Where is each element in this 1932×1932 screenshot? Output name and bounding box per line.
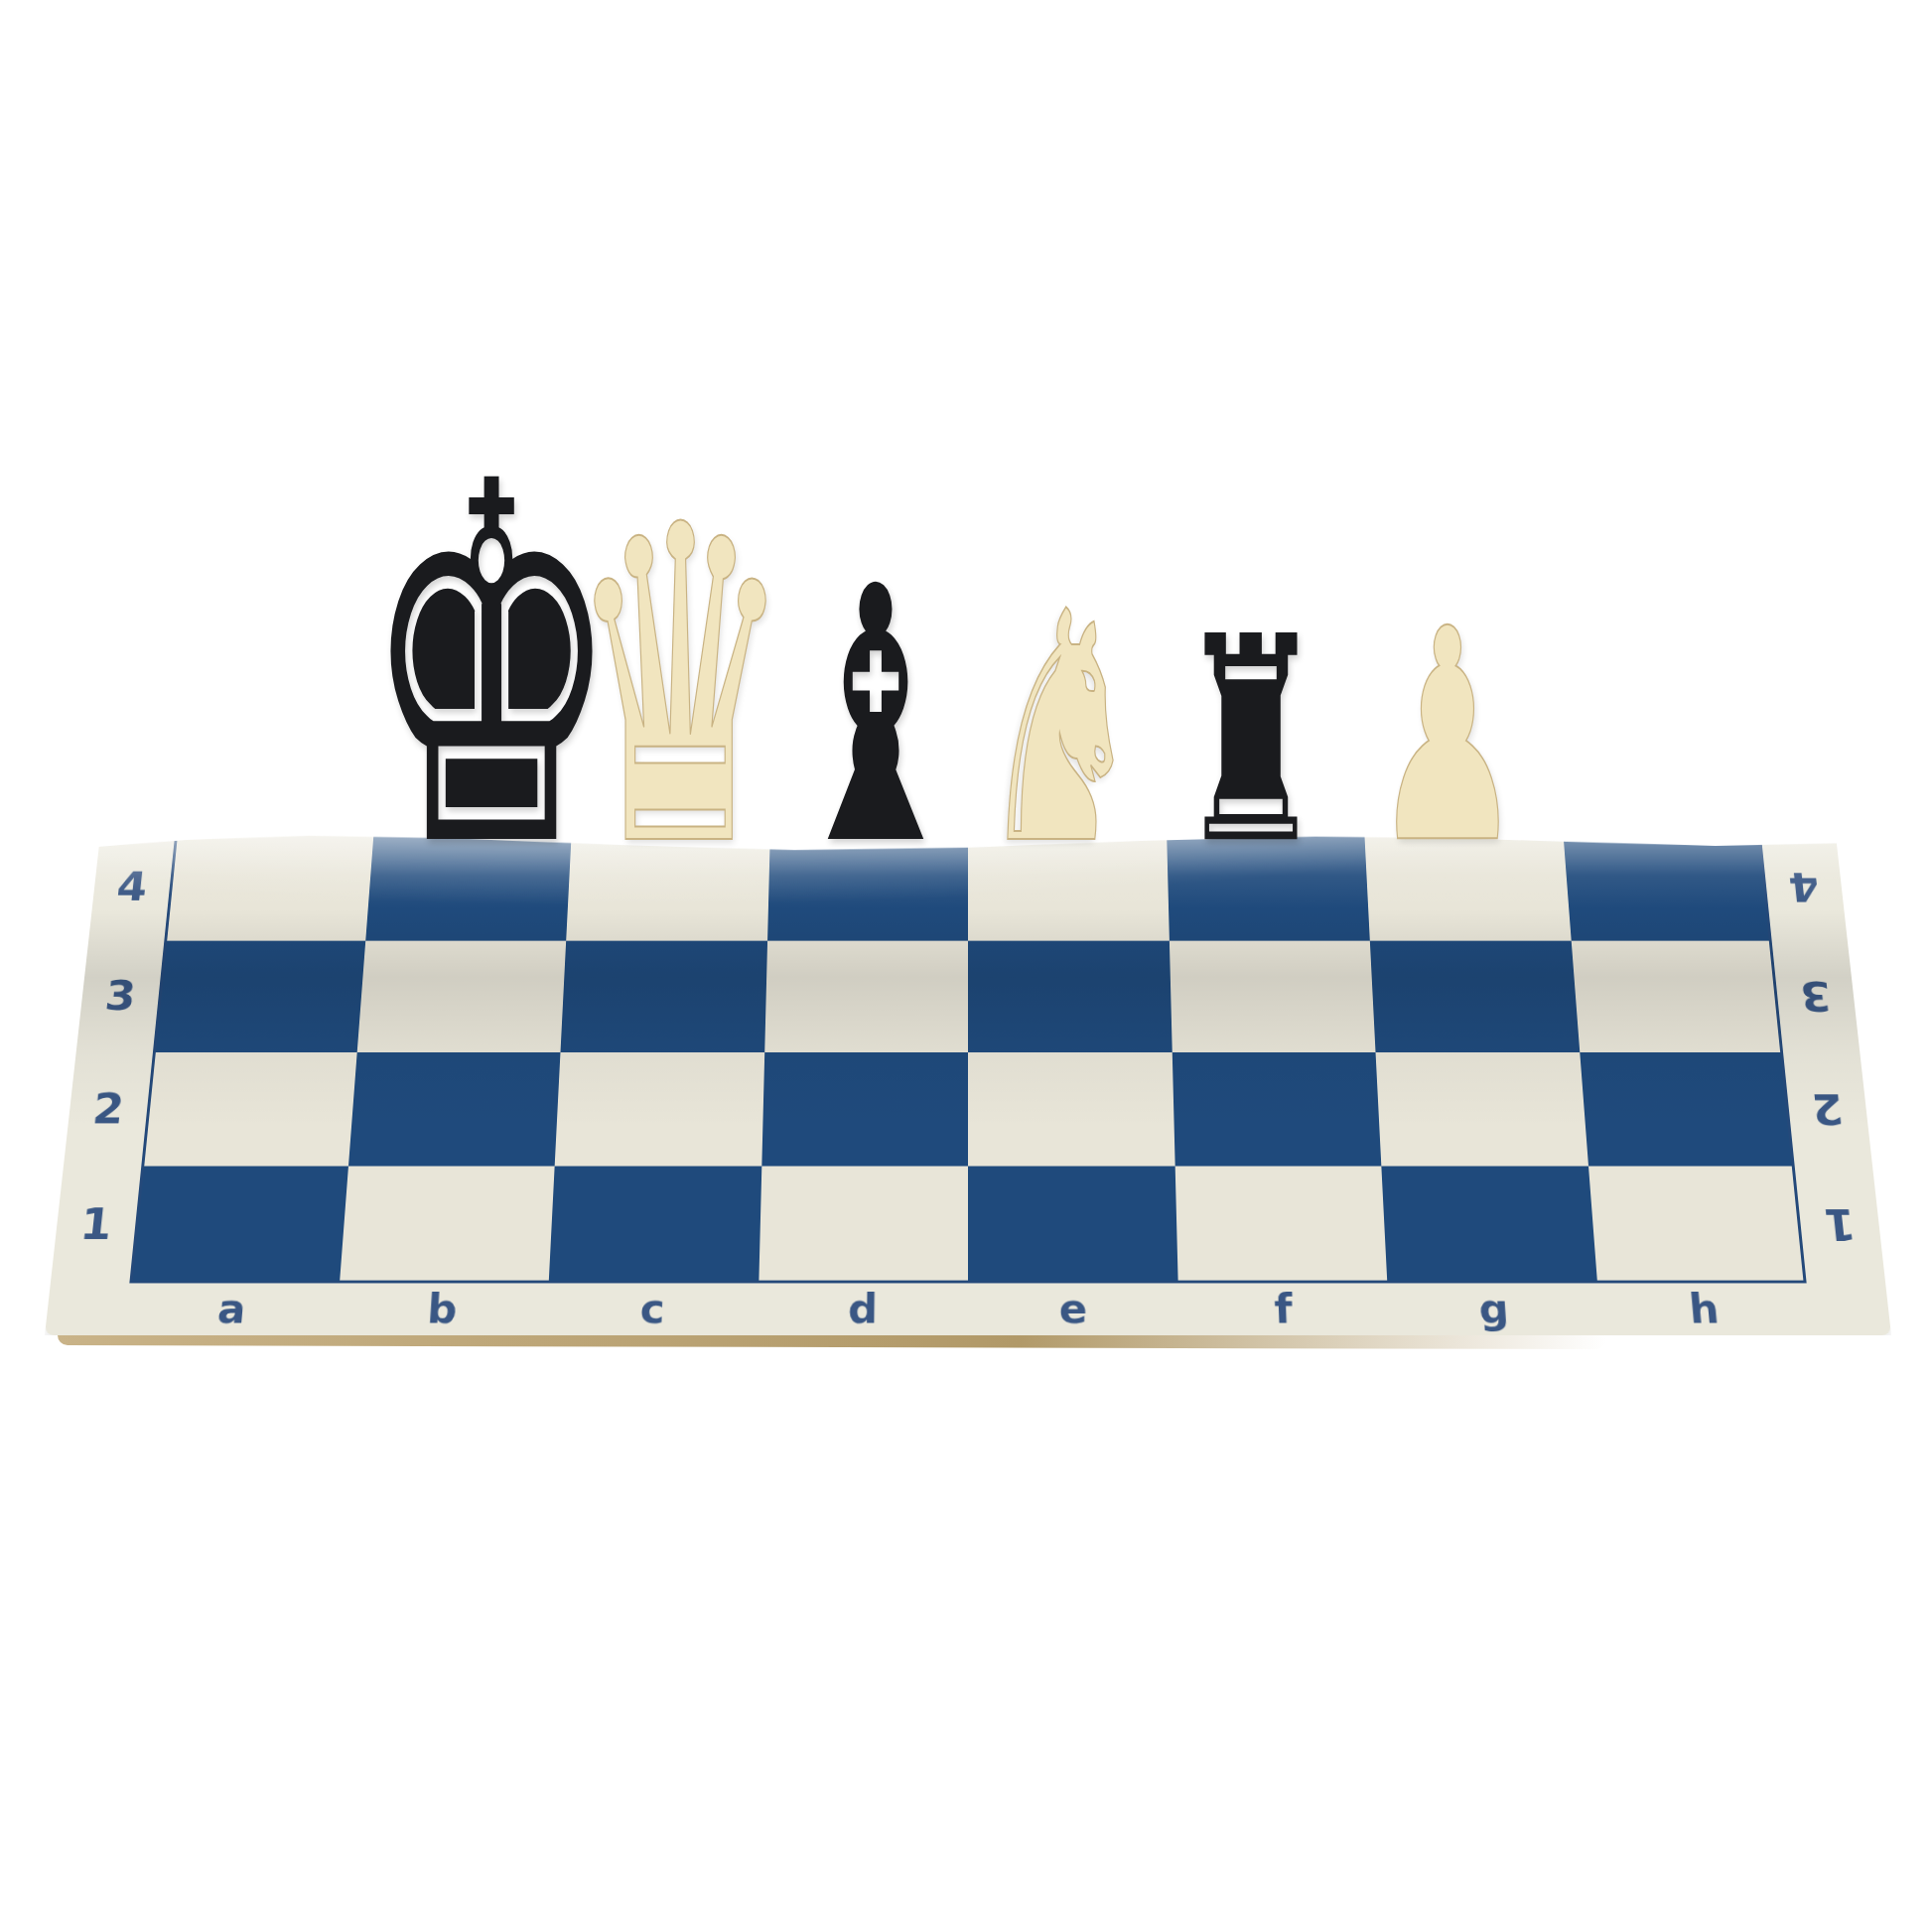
square-h3 xyxy=(1571,941,1783,1052)
file-label-c: c xyxy=(546,1283,759,1335)
chess-mat: 44332211abcdefgh xyxy=(45,833,1891,1335)
square-f1 xyxy=(1174,1166,1387,1283)
board-grid: 44332211abcdefgh xyxy=(45,833,1891,1335)
square-g1 xyxy=(1381,1166,1596,1283)
square-f3 xyxy=(1169,941,1375,1052)
rank-label-right-4: 4 xyxy=(1761,833,1848,941)
square-e2 xyxy=(968,1051,1174,1166)
square-b2 xyxy=(347,1051,560,1166)
rank-label-left-4: 4 xyxy=(88,833,175,941)
square-h1 xyxy=(1588,1166,1807,1283)
black-bishop-piece: ♝ xyxy=(784,541,968,894)
square-e1 xyxy=(968,1166,1177,1283)
file-label-f: f xyxy=(1177,1283,1390,1335)
corner-bottom-left xyxy=(45,1283,129,1335)
square-e3 xyxy=(968,941,1172,1052)
square-e4 xyxy=(968,833,1169,941)
file-label-g: g xyxy=(1387,1283,1600,1335)
rank-label-right-1: 1 xyxy=(1795,1166,1885,1283)
square-c2 xyxy=(555,1051,764,1166)
square-g3 xyxy=(1370,941,1580,1052)
file-label-e: e xyxy=(968,1283,1179,1335)
white-knight-piece: ♞ xyxy=(978,570,1143,888)
rank-label-left-1: 1 xyxy=(51,1166,141,1283)
corner-bottom-right xyxy=(1807,1283,1891,1335)
square-c3 xyxy=(560,941,766,1052)
square-d2 xyxy=(761,1051,968,1166)
square-f4 xyxy=(1167,833,1370,941)
square-d4 xyxy=(767,833,968,941)
square-h2 xyxy=(1580,1051,1795,1166)
square-d3 xyxy=(764,941,968,1052)
square-c1 xyxy=(549,1166,761,1283)
square-c4 xyxy=(566,833,769,941)
square-b3 xyxy=(356,941,566,1052)
file-label-a: a xyxy=(124,1283,340,1335)
square-a1 xyxy=(129,1166,347,1283)
square-b4 xyxy=(365,833,572,941)
square-f2 xyxy=(1172,1051,1381,1166)
square-a3 xyxy=(153,941,365,1052)
file-label-b: b xyxy=(336,1283,549,1335)
product-photo-canvas: ♚♛♝♞♜♟ 44332211abcdefgh xyxy=(0,0,1932,1932)
rank-label-right-3: 3 xyxy=(1772,941,1861,1052)
rank-label-left-2: 2 xyxy=(64,1051,153,1166)
rank-label-right-2: 2 xyxy=(1783,1051,1872,1166)
square-d1 xyxy=(759,1166,968,1283)
white-queen-piece: ♛ xyxy=(567,470,794,906)
square-a2 xyxy=(141,1051,356,1166)
square-g4 xyxy=(1364,833,1571,941)
square-a4 xyxy=(164,833,373,941)
square-g2 xyxy=(1376,1051,1588,1166)
file-label-d: d xyxy=(758,1283,969,1335)
rank-label-left-3: 3 xyxy=(76,941,165,1052)
file-label-h: h xyxy=(1596,1283,1812,1335)
square-b1 xyxy=(340,1166,555,1283)
square-h4 xyxy=(1563,833,1772,941)
